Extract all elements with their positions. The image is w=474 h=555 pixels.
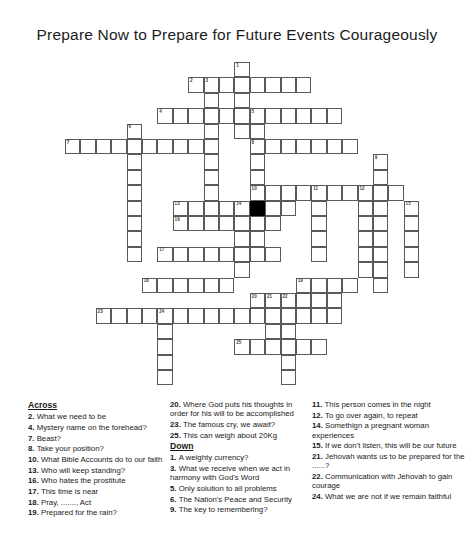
grid-cell[interactable]: 5 xyxy=(250,108,265,123)
across-clue-25: 25. This can weigh about 20Kg xyxy=(170,431,308,440)
grid-cell[interactable] xyxy=(281,108,296,123)
grid-cell[interactable] xyxy=(204,139,219,154)
down-clue-9: 9. The key to remembering? xyxy=(170,505,308,514)
grid-cell[interactable] xyxy=(127,154,142,169)
grid-cell[interactable] xyxy=(80,139,95,154)
clue-number-label: 2 xyxy=(190,78,193,84)
grid-cell[interactable] xyxy=(234,231,249,246)
grid-cell[interactable] xyxy=(373,201,388,216)
grid-cell[interactable] xyxy=(342,185,357,200)
across-clue-10: 10. What Bible Accounts do to our faith xyxy=(28,455,166,464)
grid-cell[interactable] xyxy=(157,139,172,154)
grid-cell[interactable]: 4 xyxy=(157,108,172,123)
clue-number-label: 4 xyxy=(159,109,162,115)
grid-cell[interactable] xyxy=(188,108,203,123)
grid-cell[interactable] xyxy=(296,139,311,154)
grid-cell[interactable] xyxy=(219,278,234,293)
clue-number-label: 11 xyxy=(313,186,318,192)
grid-cell[interactable] xyxy=(358,262,373,277)
grid-cell[interactable] xyxy=(127,308,142,323)
grid-cell[interactable] xyxy=(219,216,234,231)
grid-cell[interactable] xyxy=(250,231,265,246)
grid-cell[interactable] xyxy=(327,293,342,308)
grid-cell[interactable] xyxy=(234,247,249,262)
grid-cell[interactable] xyxy=(311,278,326,293)
grid-cell[interactable] xyxy=(188,216,203,231)
grid-cell[interactable] xyxy=(157,324,172,339)
clue-number-label: 15 xyxy=(406,201,411,207)
across-header: Across xyxy=(28,400,166,410)
clue-number-label: 14 xyxy=(236,201,241,207)
clue-number-label: 12 xyxy=(359,186,364,192)
grid-cell[interactable] xyxy=(250,339,265,354)
clue-number-label: 7 xyxy=(67,140,70,146)
grid-cell[interactable] xyxy=(281,370,296,385)
down-clue-6: 6. The Nation's Peace and Security xyxy=(170,495,308,504)
clue-number-label: 20 xyxy=(252,294,257,300)
grid-cell[interactable]: 10 xyxy=(250,185,265,200)
grid-cell[interactable] xyxy=(265,185,280,200)
grid-cell[interactable] xyxy=(327,278,342,293)
grid-cell[interactable] xyxy=(373,170,388,185)
across-clue-8: 8. Take your position? xyxy=(28,444,166,453)
crossword-page: Prepare Now to Prepare for Future Events… xyxy=(0,0,474,555)
clue-number-label: 24 xyxy=(159,309,164,315)
grid-cell[interactable] xyxy=(404,247,419,262)
grid-cell[interactable] xyxy=(234,108,249,123)
grid-cell[interactable] xyxy=(296,308,311,323)
across-clue-23: 23. The famous cry, we await? xyxy=(170,420,308,429)
across-clue-20: 20. Where God puts his thoughts in order… xyxy=(170,400,308,418)
grid-cell[interactable] xyxy=(281,139,296,154)
clue-column-2: 20. Where God puts his thoughts in order… xyxy=(170,400,308,516)
grid-cell[interactable] xyxy=(204,185,219,200)
grid-cell[interactable] xyxy=(311,339,326,354)
grid-cell[interactable] xyxy=(204,216,219,231)
grid-cell[interactable] xyxy=(358,201,373,216)
grid-cell[interactable] xyxy=(296,108,311,123)
grid-cell[interactable] xyxy=(311,247,326,262)
grid-cell[interactable] xyxy=(404,231,419,246)
down-clue-11: 11. This person comes in the night xyxy=(312,400,466,409)
grid-cell[interactable] xyxy=(250,216,265,231)
grid-cell[interactable] xyxy=(311,139,326,154)
grid-cell[interactable] xyxy=(265,247,280,262)
grid-cell[interactable] xyxy=(219,247,234,262)
grid-cell[interactable] xyxy=(265,216,280,231)
grid-cell[interactable] xyxy=(250,154,265,169)
grid-cell[interactable] xyxy=(342,139,357,154)
grid-cell[interactable] xyxy=(127,170,142,185)
grid-cell[interactable]: 21 xyxy=(265,293,280,308)
grid-cell[interactable] xyxy=(157,278,172,293)
across-clue-4: 4. Mystery name on the forehead? xyxy=(28,423,166,432)
clue-number-label: 22 xyxy=(282,294,287,300)
grid-cell[interactable] xyxy=(188,308,203,323)
grid-cell[interactable] xyxy=(250,170,265,185)
grid-cell[interactable]: 17 xyxy=(157,247,172,262)
grid-cell[interactable] xyxy=(234,93,249,108)
grid-cell[interactable] xyxy=(204,308,219,323)
grid-cell[interactable] xyxy=(296,339,311,354)
grid-cell[interactable]: 15 xyxy=(404,201,419,216)
grid-cell[interactable] xyxy=(127,201,142,216)
grid-cell[interactable] xyxy=(234,216,249,231)
grid-cell[interactable] xyxy=(234,77,249,92)
grid-cell[interactable]: 6 xyxy=(127,124,142,139)
grid-cell[interactable] xyxy=(296,185,311,200)
grid-cell[interactable] xyxy=(96,139,111,154)
grid-cell[interactable] xyxy=(173,139,188,154)
grid-cell[interactable] xyxy=(188,139,203,154)
grid-cell[interactable] xyxy=(327,139,342,154)
grid-cell[interactable]: 16 xyxy=(173,216,188,231)
grid-cell[interactable] xyxy=(204,247,219,262)
down-clue-15: 15. If we don't listen, this will be our… xyxy=(312,441,466,450)
clue-number-label: 1 xyxy=(236,63,239,69)
grid-cell[interactable] xyxy=(296,293,311,308)
grid-cell[interactable] xyxy=(311,108,326,123)
grid-cell[interactable]: 11 xyxy=(311,185,326,200)
grid-cell[interactable] xyxy=(173,308,188,323)
grid-cell[interactable] xyxy=(157,339,172,354)
grid-cell[interactable] xyxy=(204,201,219,216)
clue-number-label: 25 xyxy=(236,340,241,346)
grid-cell[interactable] xyxy=(265,339,280,354)
grid-cell[interactable] xyxy=(311,201,326,216)
grid-cell[interactable] xyxy=(204,93,219,108)
down-clue-3: 3. What we receive when we act in harmon… xyxy=(170,464,308,482)
grid-cell[interactable] xyxy=(127,185,142,200)
grid-cell[interactable]: 20 xyxy=(250,293,265,308)
grid-cell[interactable] xyxy=(219,201,234,216)
clue-number-label: 17 xyxy=(159,247,164,253)
grid-cell[interactable] xyxy=(404,262,419,277)
grid-cell[interactable] xyxy=(204,124,219,139)
down-clue-22: 22. Communication with Jehovah to gain c… xyxy=(312,472,466,490)
clue-number-label: 6 xyxy=(128,124,131,130)
grid-cell[interactable] xyxy=(265,308,280,323)
clue-column-3: 11. This person comes in the night12. To… xyxy=(312,400,466,502)
grid-cell[interactable] xyxy=(250,77,265,92)
grid-cell[interactable] xyxy=(234,308,249,323)
clue-number-label: 10 xyxy=(252,186,257,192)
grid-cell[interactable] xyxy=(281,324,296,339)
grid-cell[interactable]: 1 xyxy=(234,62,249,77)
grid-cell[interactable]: 7 xyxy=(65,139,80,154)
grid-cell[interactable] xyxy=(327,308,342,323)
grid-cell[interactable] xyxy=(250,308,265,323)
clue-number-label: 3 xyxy=(205,78,208,84)
clue-number-label: 13 xyxy=(175,201,180,207)
grid-cell[interactable]: 8 xyxy=(250,139,265,154)
grid-cell[interactable] xyxy=(342,278,357,293)
clue-number-label: 9 xyxy=(375,155,378,161)
grid-cell[interactable] xyxy=(250,247,265,262)
grid-cell[interactable] xyxy=(327,185,342,200)
down-clue-24: 24. What we are not if we remain faithfu… xyxy=(312,492,466,501)
grid-cell[interactable] xyxy=(311,308,326,323)
clue-number-label: 8 xyxy=(252,140,255,146)
down-clue-1: 1. A weighty currency? xyxy=(170,453,308,462)
clue-number-label: 5 xyxy=(252,109,255,115)
across-clue-18: 18. Pray, ......., Act xyxy=(28,498,166,507)
grid-cell[interactable] xyxy=(388,185,403,200)
grid-cell[interactable] xyxy=(157,370,172,385)
grid-cell[interactable] xyxy=(127,216,142,231)
clue-number-label: 19 xyxy=(298,278,303,284)
grid-cell[interactable] xyxy=(327,108,342,123)
grid-cell[interactable]: 2 xyxy=(188,77,203,92)
grid-cell[interactable]: 3 xyxy=(204,77,219,92)
grid-cell[interactable]: 25 xyxy=(234,339,249,354)
grid-cell[interactable] xyxy=(265,77,280,92)
grid-cell[interactable] xyxy=(373,262,388,277)
across-clue-13: 13. Who will keep standing? xyxy=(28,466,166,475)
grid-cell[interactable] xyxy=(157,355,172,370)
grid-cell[interactable] xyxy=(204,108,219,123)
grid-cell[interactable] xyxy=(173,278,188,293)
grid-cell[interactable]: 22 xyxy=(281,293,296,308)
grid-cell[interactable]: 9 xyxy=(373,154,388,169)
grid-cell[interactable] xyxy=(373,216,388,231)
grid-cell[interactable] xyxy=(265,108,280,123)
grid-cell[interactable]: 14 xyxy=(234,201,249,216)
grid-cell[interactable] xyxy=(204,170,219,185)
down-clue-21: 21. Jehovah wants us to be prepared for … xyxy=(312,452,466,470)
grid-cell[interactable] xyxy=(373,247,388,262)
grid-cell[interactable] xyxy=(234,262,249,277)
grid-cell[interactable] xyxy=(358,216,373,231)
clue-number-label: 23 xyxy=(98,309,103,315)
grid-cell[interactable] xyxy=(281,308,296,323)
clue-number-label: 16 xyxy=(175,217,180,223)
grid-cell[interactable]: 19 xyxy=(296,278,311,293)
grid-cell[interactable] xyxy=(234,124,249,139)
grid-cell[interactable] xyxy=(265,201,280,216)
grid-cell[interactable] xyxy=(373,231,388,246)
grid-cell[interactable] xyxy=(311,216,326,231)
grid-cell[interactable] xyxy=(127,231,142,246)
down-clue-5: 5. Only solution to all problems xyxy=(170,484,308,493)
grid-cell[interactable] xyxy=(219,77,234,92)
grid-cell[interactable] xyxy=(281,201,296,216)
across-clue-2: 2. What we need to be xyxy=(28,412,166,421)
grid-cell[interactable] xyxy=(358,231,373,246)
grid-cell[interactable] xyxy=(188,278,203,293)
grid-cell[interactable] xyxy=(204,278,219,293)
grid-cell[interactable] xyxy=(127,139,142,154)
clue-number-label: 21 xyxy=(267,294,272,300)
across-clue-19: 19. Prepared for the rain? xyxy=(28,508,166,517)
grid-cell[interactable]: 18 xyxy=(142,278,157,293)
grid-cell[interactable] xyxy=(281,185,296,200)
across-clue-17: 17. This time is near xyxy=(28,487,166,496)
across-clue-7: 7. Beast? xyxy=(28,434,166,443)
crossword-grid: 1234567891011121314151617181920212223242… xyxy=(65,62,419,385)
down-clue-12: 12. To go over again, to repeat xyxy=(312,411,466,420)
down-header: Down xyxy=(170,441,308,451)
down-clue-14: 14. Somethign a pregnant woman experienc… xyxy=(312,421,466,439)
grid-cell[interactable] xyxy=(173,108,188,123)
grid-cell[interactable] xyxy=(219,108,234,123)
grid-cell[interactable] xyxy=(404,216,419,231)
grid-cell[interactable] xyxy=(311,293,326,308)
grid-cell[interactable] xyxy=(127,247,142,262)
across-clue-16: 16. Who hates the prostitute xyxy=(28,476,166,485)
grid-cell[interactable]: 13 xyxy=(173,201,188,216)
grid-cell[interactable] xyxy=(219,308,234,323)
grid-cell[interactable] xyxy=(111,139,126,154)
black-cell[interactable] xyxy=(250,201,265,216)
grid-cell[interactable] xyxy=(296,77,311,92)
clue-number-label: 18 xyxy=(144,278,149,284)
grid-cell[interactable]: 12 xyxy=(358,185,373,200)
grid-cell[interactable] xyxy=(265,324,280,339)
grid-cell[interactable] xyxy=(311,231,326,246)
grid-cell[interactable] xyxy=(265,139,280,154)
grid-cell[interactable] xyxy=(358,247,373,262)
grid-cell[interactable] xyxy=(281,77,296,92)
grid-cell[interactable]: 24 xyxy=(157,308,172,323)
grid-cell[interactable] xyxy=(281,339,296,354)
grid-cell[interactable] xyxy=(173,247,188,262)
grid-cell[interactable] xyxy=(142,308,157,323)
grid-cell[interactable] xyxy=(281,355,296,370)
grid-cell[interactable] xyxy=(111,308,126,323)
grid-cell[interactable] xyxy=(188,247,203,262)
grid-cell[interactable] xyxy=(373,278,388,293)
grid-cell[interactable] xyxy=(204,154,219,169)
grid-cell[interactable] xyxy=(373,185,388,200)
clue-column-1: Across2. What we need to be4. Mystery na… xyxy=(28,400,166,519)
grid-cell[interactable] xyxy=(250,124,265,139)
grid-cell[interactable]: 23 xyxy=(96,308,111,323)
puzzle-title: Prepare Now to Prepare for Future Events… xyxy=(0,26,474,44)
grid-cell[interactable] xyxy=(188,201,203,216)
grid-cell[interactable] xyxy=(142,139,157,154)
